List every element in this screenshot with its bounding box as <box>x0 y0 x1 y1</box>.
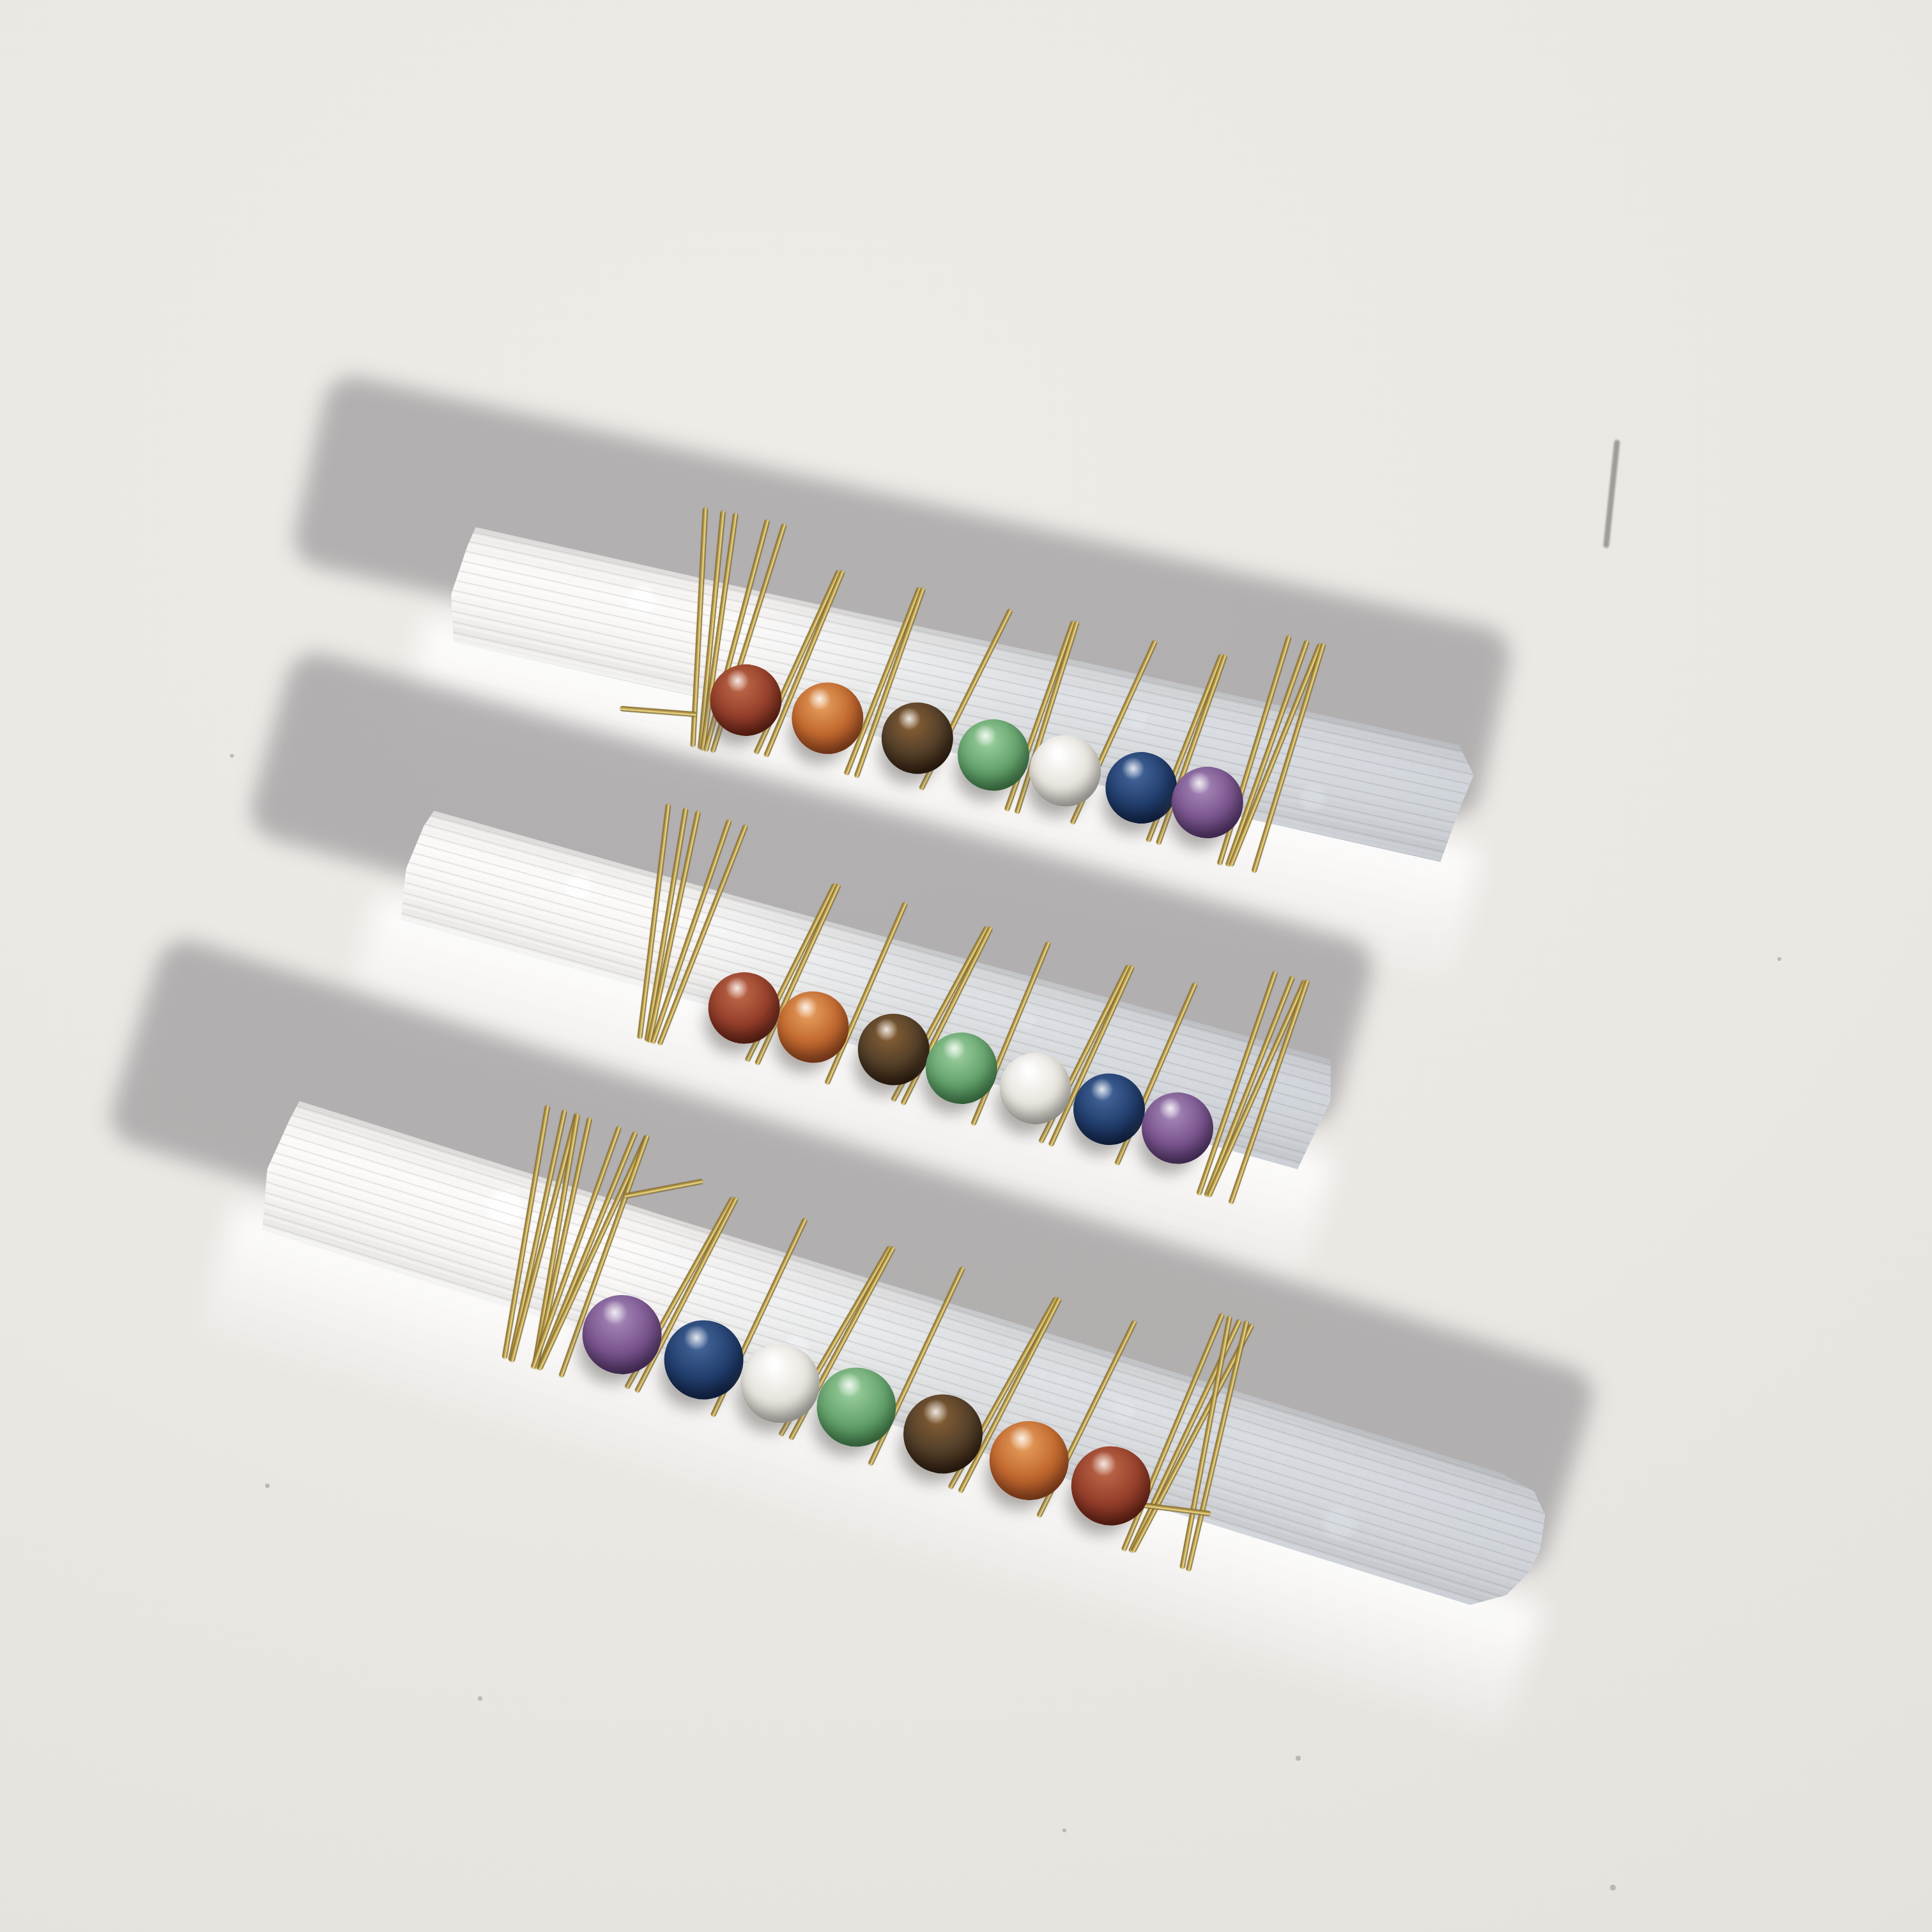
surface-speck <box>265 1483 270 1488</box>
surface-speck <box>1610 1885 1616 1890</box>
surface-speck <box>1062 1828 1066 1832</box>
surface-speck <box>1777 957 1781 961</box>
surface-speck <box>1296 1756 1301 1761</box>
surface-speck <box>230 754 234 758</box>
product-photo-stage <box>0 0 1932 1932</box>
surface-scratch <box>1603 440 1620 548</box>
surface-speck <box>478 1696 482 1701</box>
selenite-wand-bottom <box>249 1098 1558 1620</box>
